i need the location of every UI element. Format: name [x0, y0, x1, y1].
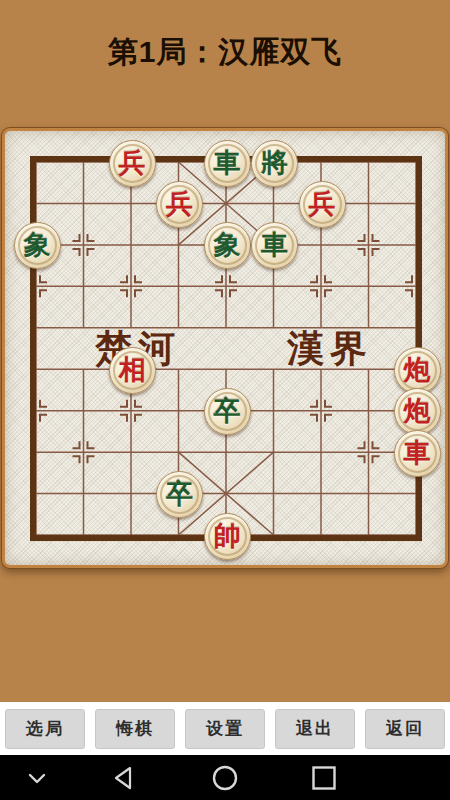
piece-character: 兵: [119, 150, 146, 177]
piece-character: 相: [119, 357, 146, 384]
chevron-down-icon: [25, 766, 49, 790]
piece-character: 象: [214, 232, 241, 259]
piece-black-elephant[interactable]: 象: [204, 222, 251, 269]
piece-black-chariot[interactable]: 車: [204, 140, 251, 187]
piece-character: 炮: [404, 357, 431, 384]
toolbar: 选局 悔棋 设置 退出 返回: [0, 702, 450, 755]
piece-character: 帥: [214, 523, 241, 550]
piece-character: 炮: [404, 398, 431, 425]
piece-black-elephant[interactable]: 象: [14, 222, 61, 269]
piece-character: 卒: [214, 398, 241, 425]
xiangqi-board[interactable]: 楚河 漢界 兵車將兵兵象象車相炮卒炮車卒帥: [2, 128, 448, 568]
board-grid: 楚河 漢界: [5, 131, 445, 565]
piece-red-soldier[interactable]: 兵: [299, 181, 346, 228]
piece-black-soldier[interactable]: 卒: [204, 388, 251, 435]
home-icon: [211, 764, 239, 792]
piece-red-soldier[interactable]: 兵: [109, 140, 156, 187]
return-button[interactable]: 返回: [365, 709, 445, 749]
piece-character: 象: [24, 232, 51, 259]
settings-button[interactable]: 设置: [185, 709, 265, 749]
piece-character: 車: [261, 232, 288, 259]
piece-red-cannon[interactable]: 炮: [394, 347, 441, 394]
page-title: 第1局：汉雁双飞: [0, 34, 450, 70]
piece-character: 將: [261, 150, 288, 177]
piece-character: 卒: [166, 481, 193, 508]
nav-hide-button[interactable]: [15, 755, 59, 800]
piece-red-elephant[interactable]: 相: [109, 347, 156, 394]
piece-character: 車: [214, 150, 241, 177]
piece-character: 兵: [309, 191, 336, 218]
piece-red-soldier[interactable]: 兵: [156, 181, 203, 228]
piece-red-cannon[interactable]: 炮: [394, 388, 441, 435]
recents-icon: [310, 764, 338, 792]
select-game-button[interactable]: 选局: [5, 709, 85, 749]
nav-home-button[interactable]: [203, 755, 247, 800]
piece-red-chariot[interactable]: 車: [394, 430, 441, 477]
piece-character: 車: [404, 440, 431, 467]
nav-back-button[interactable]: [102, 755, 146, 800]
nav-recents-button[interactable]: [302, 755, 346, 800]
back-icon: [110, 764, 138, 792]
android-navbar: [0, 755, 450, 800]
piece-red-general[interactable]: 帥: [204, 513, 251, 560]
piece-black-general[interactable]: 將: [251, 140, 298, 187]
undo-move-button[interactable]: 悔棋: [95, 709, 175, 749]
exit-button[interactable]: 退出: [275, 709, 355, 749]
piece-black-soldier[interactable]: 卒: [156, 471, 203, 518]
piece-character: 兵: [166, 191, 193, 218]
river-label-right: 漢界: [286, 328, 373, 369]
